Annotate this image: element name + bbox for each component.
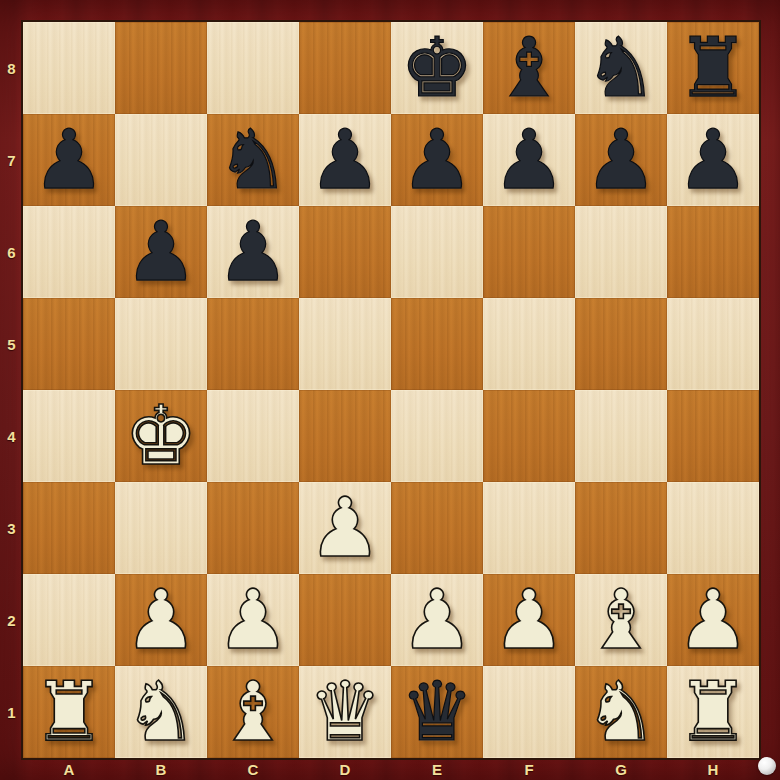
black-knight-g8[interactable]: ♞ [575,22,667,114]
white-queen-d1[interactable]: ♛ [299,666,391,758]
square-c7[interactable]: ♞ [207,114,299,206]
black-pawn-e7[interactable]: ♟ [391,114,483,206]
square-d4[interactable] [299,390,391,482]
white-pawn-h2[interactable]: ♟ [667,574,759,666]
square-a2[interactable] [23,574,115,666]
rank-label-2: 2 [0,574,23,666]
square-g4[interactable] [575,390,667,482]
square-c6[interactable]: ♟ [207,206,299,298]
black-pawn-b6[interactable]: ♟ [115,206,207,298]
square-f8[interactable]: ♝ [483,22,575,114]
square-e6[interactable] [391,206,483,298]
square-b6[interactable]: ♟ [115,206,207,298]
file-label-c: C [207,758,299,780]
rank-label-4: 4 [0,390,23,482]
square-f5[interactable] [483,298,575,390]
square-f3[interactable] [483,482,575,574]
square-c8[interactable] [207,22,299,114]
file-label-g: G [575,758,667,780]
white-bishop-c1[interactable]: ♝ [207,666,299,758]
square-e8[interactable]: ♚ [391,22,483,114]
square-b2[interactable]: ♟ [115,574,207,666]
white-pawn-c2[interactable]: ♟ [207,574,299,666]
white-knight-g1[interactable]: ♞ [575,666,667,758]
file-label-d: D [299,758,391,780]
square-d7[interactable]: ♟ [299,114,391,206]
square-h1[interactable]: ♜ [667,666,759,758]
white-pawn-f2[interactable]: ♟ [483,574,575,666]
black-queen-e1[interactable]: ♛ [391,666,483,758]
square-f1[interactable] [483,666,575,758]
square-h4[interactable] [667,390,759,482]
square-d2[interactable] [299,574,391,666]
rank-label-8: 8 [0,22,23,114]
square-b1[interactable]: ♞ [115,666,207,758]
square-a5[interactable] [23,298,115,390]
black-pawn-g7[interactable]: ♟ [575,114,667,206]
square-b8[interactable] [115,22,207,114]
square-a8[interactable] [23,22,115,114]
square-g6[interactable] [575,206,667,298]
square-c5[interactable] [207,298,299,390]
white-knight-b1[interactable]: ♞ [115,666,207,758]
chessboard-frame: ♚♝♞♜♟♞♟♟♟♟♟♟♟♚♟♟♟♟♟♝♟♜♞♝♛♛♞♜ 87654321 AB… [0,0,780,780]
square-c3[interactable] [207,482,299,574]
square-b4[interactable]: ♚ [115,390,207,482]
square-a7[interactable]: ♟ [23,114,115,206]
square-f2[interactable]: ♟ [483,574,575,666]
file-label-e: E [391,758,483,780]
square-a3[interactable] [23,482,115,574]
square-c1[interactable]: ♝ [207,666,299,758]
black-king-e8[interactable]: ♚ [391,22,483,114]
file-label-b: B [115,758,207,780]
square-b7[interactable] [115,114,207,206]
square-a4[interactable] [23,390,115,482]
white-rook-a1[interactable]: ♜ [23,666,115,758]
square-e3[interactable] [391,482,483,574]
square-b5[interactable] [115,298,207,390]
white-king-b4[interactable]: ♚ [115,390,207,482]
black-pawn-f7[interactable]: ♟ [483,114,575,206]
square-f6[interactable] [483,206,575,298]
square-h6[interactable] [667,206,759,298]
square-c4[interactable] [207,390,299,482]
square-a1[interactable]: ♜ [23,666,115,758]
black-pawn-h7[interactable]: ♟ [667,114,759,206]
square-h7[interactable]: ♟ [667,114,759,206]
square-e1[interactable]: ♛ [391,666,483,758]
square-f4[interactable] [483,390,575,482]
file-label-f: F [483,758,575,780]
black-pawn-c6[interactable]: ♟ [207,206,299,298]
square-f7[interactable]: ♟ [483,114,575,206]
square-g3[interactable] [575,482,667,574]
square-e7[interactable]: ♟ [391,114,483,206]
square-d3[interactable]: ♟ [299,482,391,574]
file-label-h: H [667,758,759,780]
rank-label-7: 7 [0,114,23,206]
black-knight-c7[interactable]: ♞ [207,114,299,206]
square-c2[interactable]: ♟ [207,574,299,666]
square-h3[interactable] [667,482,759,574]
square-g1[interactable]: ♞ [575,666,667,758]
rank-label-1: 1 [0,666,23,758]
square-e4[interactable] [391,390,483,482]
square-h2[interactable]: ♟ [667,574,759,666]
square-b3[interactable] [115,482,207,574]
rank-label-6: 6 [0,206,23,298]
white-pawn-d3[interactable]: ♟ [299,482,391,574]
square-d8[interactable] [299,22,391,114]
black-pawn-d7[interactable]: ♟ [299,114,391,206]
rank-label-3: 3 [0,482,23,574]
white-pawn-b2[interactable]: ♟ [115,574,207,666]
square-e2[interactable]: ♟ [391,574,483,666]
file-label-a: A [23,758,115,780]
square-d1[interactable]: ♛ [299,666,391,758]
square-g5[interactable] [575,298,667,390]
square-g8[interactable]: ♞ [575,22,667,114]
white-pawn-e2[interactable]: ♟ [391,574,483,666]
square-d5[interactable] [299,298,391,390]
black-pawn-a7[interactable]: ♟ [23,114,115,206]
rank-label-5: 5 [0,298,23,390]
square-h5[interactable] [667,298,759,390]
side-to-move-indicator [758,757,776,775]
black-bishop-f8[interactable]: ♝ [483,22,575,114]
chessboard: ♚♝♞♜♟♞♟♟♟♟♟♟♟♚♟♟♟♟♟♝♟♜♞♝♛♛♞♜ [23,22,759,758]
square-g2[interactable]: ♝ [575,574,667,666]
black-rook-h8[interactable]: ♜ [667,22,759,114]
white-bishop-g2[interactable]: ♝ [575,574,667,666]
square-e5[interactable] [391,298,483,390]
square-a6[interactable] [23,206,115,298]
square-h8[interactable]: ♜ [667,22,759,114]
square-d6[interactable] [299,206,391,298]
white-rook-h1[interactable]: ♜ [667,666,759,758]
square-g7[interactable]: ♟ [575,114,667,206]
